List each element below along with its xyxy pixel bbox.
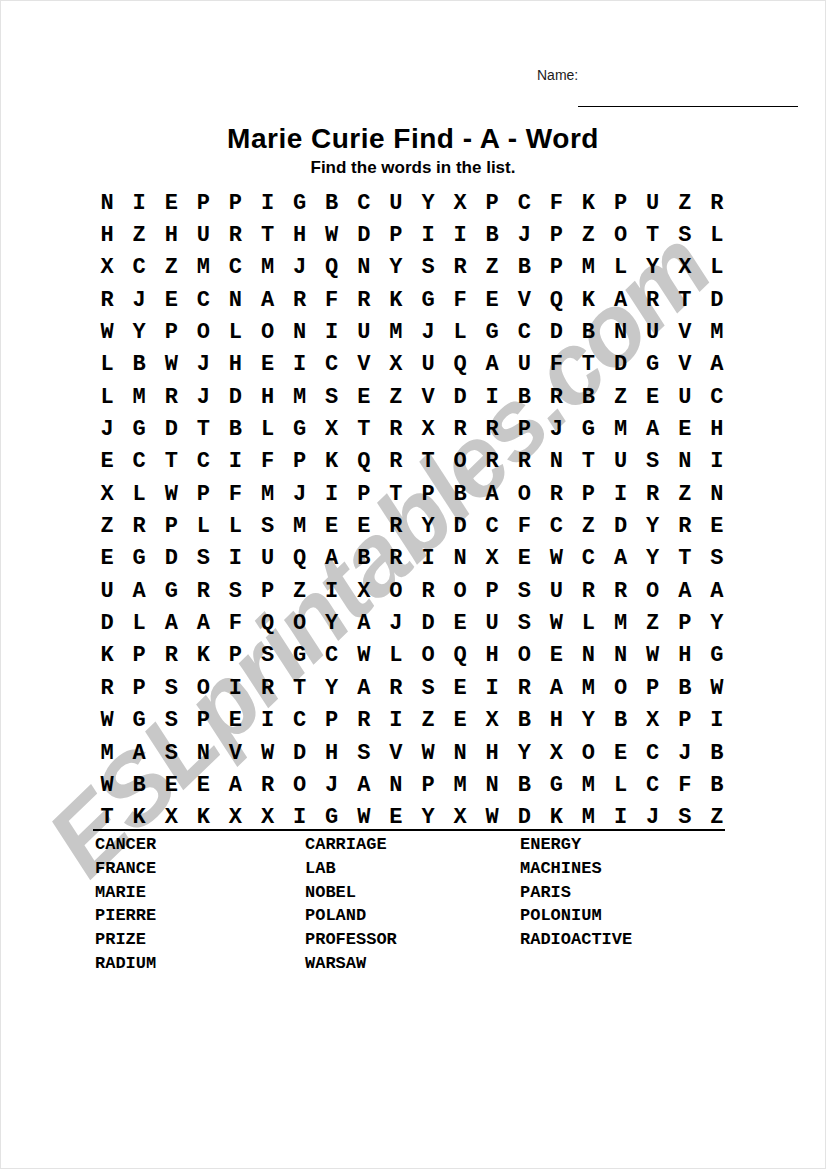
grid-cell-r10c11[interactable]: P xyxy=(412,478,444,510)
grid-cell-r6c11[interactable]: U xyxy=(412,349,444,381)
grid-cell-r4c5[interactable]: N xyxy=(219,284,251,316)
grid-cell-r17c5[interactable]: E xyxy=(219,705,251,737)
grid-cell-r15c11[interactable]: O xyxy=(412,640,444,672)
grid-cell-r11c4[interactable]: L xyxy=(187,510,219,542)
grid-cell-r8c9[interactable]: T xyxy=(348,413,380,445)
grid-cell-r15c16[interactable]: N xyxy=(572,640,604,672)
grid-cell-r18c3[interactable]: S xyxy=(155,737,187,769)
grid-cell-r17c17[interactable]: B xyxy=(605,705,637,737)
grid-cell-r10c4[interactable]: P xyxy=(187,478,219,510)
grid-cell-r8c14[interactable]: P xyxy=(508,413,540,445)
grid-cell-r10c1[interactable]: X xyxy=(91,478,123,510)
grid-cell-r16c11[interactable]: S xyxy=(412,672,444,704)
grid-cell-r11c16[interactable]: Z xyxy=(572,510,604,542)
grid-cell-r1c1[interactable]: N xyxy=(91,187,123,219)
grid-cell-r10c6[interactable]: M xyxy=(251,478,283,510)
grid-cell-r14c10[interactable]: J xyxy=(380,607,412,639)
grid-cell-r9c3[interactable]: T xyxy=(155,446,187,478)
grid-cell-r16c13[interactable]: I xyxy=(476,672,508,704)
grid-cell-r10c10[interactable]: T xyxy=(380,478,412,510)
grid-cell-r6c5[interactable]: H xyxy=(219,349,251,381)
grid-cell-r2c9[interactable]: D xyxy=(348,219,380,251)
grid-cell-r14c3[interactable]: A xyxy=(155,607,187,639)
grid-cell-r18c10[interactable]: V xyxy=(380,737,412,769)
grid-cell-r8c16[interactable]: G xyxy=(572,413,604,445)
grid-cell-r2c5[interactable]: R xyxy=(219,219,251,251)
grid-cell-r8c18[interactable]: A xyxy=(637,413,669,445)
grid-cell-r15c3[interactable]: R xyxy=(155,640,187,672)
grid-cell-r16c5[interactable]: I xyxy=(219,672,251,704)
grid-cell-r2c14[interactable]: J xyxy=(508,219,540,251)
grid-cell-r19c2[interactable]: B xyxy=(123,769,155,801)
grid-cell-r6c8[interactable]: C xyxy=(316,349,348,381)
grid-cell-r7c2[interactable]: M xyxy=(123,381,155,413)
grid-cell-r17c3[interactable]: S xyxy=(155,705,187,737)
grid-cell-r5c6[interactable]: O xyxy=(251,316,283,348)
grid-cell-r4c4[interactable]: C xyxy=(187,284,219,316)
grid-cell-r14c5[interactable]: F xyxy=(219,607,251,639)
grid-cell-r9c8[interactable]: K xyxy=(316,446,348,478)
grid-cell-r19c10[interactable]: N xyxy=(380,769,412,801)
grid-cell-r12c14[interactable]: E xyxy=(508,543,540,575)
grid-cell-r13c16[interactable]: R xyxy=(572,575,604,607)
grid-cell-r16c20[interactable]: W xyxy=(701,672,733,704)
grid-cell-r6c18[interactable]: G xyxy=(637,349,669,381)
grid-cell-r10c13[interactable]: A xyxy=(476,478,508,510)
grid-cell-r5c3[interactable]: P xyxy=(155,316,187,348)
grid-cell-r13c20[interactable]: A xyxy=(701,575,733,607)
grid-cell-r15c9[interactable]: W xyxy=(348,640,380,672)
grid-cell-r12c10[interactable]: R xyxy=(380,543,412,575)
grid-cell-r12c12[interactable]: N xyxy=(444,543,476,575)
grid-cell-r4c7[interactable]: R xyxy=(284,284,316,316)
grid-cell-r13c5[interactable]: S xyxy=(219,575,251,607)
grid-cell-r11c7[interactable]: M xyxy=(284,510,316,542)
grid-cell-r3c19[interactable]: X xyxy=(669,252,701,284)
grid-cell-r4c13[interactable]: E xyxy=(476,284,508,316)
grid-cell-r3c14[interactable]: B xyxy=(508,252,540,284)
grid-cell-r4c18[interactable]: R xyxy=(637,284,669,316)
grid-cell-r14c18[interactable]: Z xyxy=(637,607,669,639)
grid-cell-r17c8[interactable]: P xyxy=(316,705,348,737)
grid-cell-r11c11[interactable]: Y xyxy=(412,510,444,542)
grid-cell-r14c6[interactable]: Q xyxy=(251,607,283,639)
grid-cell-r16c6[interactable]: R xyxy=(251,672,283,704)
grid-cell-r2c17[interactable]: O xyxy=(605,219,637,251)
grid-cell-r9c7[interactable]: P xyxy=(284,446,316,478)
grid-cell-r14c9[interactable]: A xyxy=(348,607,380,639)
grid-cell-r13c10[interactable]: O xyxy=(380,575,412,607)
grid-cell-r2c1[interactable]: H xyxy=(91,219,123,251)
grid-cell-r2c18[interactable]: T xyxy=(637,219,669,251)
grid-cell-r12c4[interactable]: S xyxy=(187,543,219,575)
grid-cell-r1c10[interactable]: U xyxy=(380,187,412,219)
grid-cell-r2c7[interactable]: H xyxy=(284,219,316,251)
grid-cell-r18c6[interactable]: W xyxy=(251,737,283,769)
grid-cell-r8c12[interactable]: R xyxy=(444,413,476,445)
grid-cell-r5c14[interactable]: C xyxy=(508,316,540,348)
grid-cell-r11c13[interactable]: C xyxy=(476,510,508,542)
grid-cell-r8c13[interactable]: R xyxy=(476,413,508,445)
grid-cell-r4c10[interactable]: K xyxy=(380,284,412,316)
grid-cell-r14c20[interactable]: Y xyxy=(701,607,733,639)
grid-cell-r5c4[interactable]: O xyxy=(187,316,219,348)
grid-cell-r7c13[interactable]: I xyxy=(476,381,508,413)
grid-cell-r16c18[interactable]: P xyxy=(637,672,669,704)
grid-cell-r14c14[interactable]: S xyxy=(508,607,540,639)
grid-cell-r3c2[interactable]: C xyxy=(123,252,155,284)
grid-cell-r18c8[interactable]: H xyxy=(316,737,348,769)
grid-cell-r5c15[interactable]: D xyxy=(540,316,572,348)
grid-cell-r13c13[interactable]: P xyxy=(476,575,508,607)
grid-cell-r3c16[interactable]: M xyxy=(572,252,604,284)
grid-cell-r14c11[interactable]: D xyxy=(412,607,444,639)
grid-cell-r7c11[interactable]: V xyxy=(412,381,444,413)
grid-cell-r12c3[interactable]: D xyxy=(155,543,187,575)
grid-cell-r2c10[interactable]: P xyxy=(380,219,412,251)
grid-cell-r12c2[interactable]: G xyxy=(123,543,155,575)
grid-cell-r7c14[interactable]: B xyxy=(508,381,540,413)
grid-cell-r8c3[interactable]: D xyxy=(155,413,187,445)
grid-cell-r10c2[interactable]: L xyxy=(123,478,155,510)
grid-cell-r10c16[interactable]: P xyxy=(572,478,604,510)
grid-cell-r12c19[interactable]: T xyxy=(669,543,701,575)
grid-cell-r13c4[interactable]: R xyxy=(187,575,219,607)
grid-cell-r13c1[interactable]: U xyxy=(91,575,123,607)
grid-cell-r11c6[interactable]: S xyxy=(251,510,283,542)
grid-cell-r6c16[interactable]: T xyxy=(572,349,604,381)
grid-cell-r16c19[interactable]: B xyxy=(669,672,701,704)
grid-cell-r16c17[interactable]: O xyxy=(605,672,637,704)
grid-cell-r1c15[interactable]: F xyxy=(540,187,572,219)
grid-cell-r9c9[interactable]: Q xyxy=(348,446,380,478)
grid-cell-r2c6[interactable]: T xyxy=(251,219,283,251)
grid-cell-r2c12[interactable]: I xyxy=(444,219,476,251)
grid-cell-r3c9[interactable]: N xyxy=(348,252,380,284)
grid-cell-r5c17[interactable]: N xyxy=(605,316,637,348)
grid-cell-r10c15[interactable]: R xyxy=(540,478,572,510)
grid-cell-r5c5[interactable]: L xyxy=(219,316,251,348)
grid-cell-r7c20[interactable]: C xyxy=(701,381,733,413)
grid-cell-r3c11[interactable]: S xyxy=(412,252,444,284)
grid-cell-r6c17[interactable]: D xyxy=(605,349,637,381)
grid-cell-r4c1[interactable]: R xyxy=(91,284,123,316)
grid-cell-r19c17[interactable]: L xyxy=(605,769,637,801)
grid-cell-r2c20[interactable]: L xyxy=(701,219,733,251)
grid-cell-r2c4[interactable]: U xyxy=(187,219,219,251)
grid-cell-r1c13[interactable]: P xyxy=(476,187,508,219)
grid-cell-r12c17[interactable]: A xyxy=(605,543,637,575)
grid-cell-r9c2[interactable]: C xyxy=(123,446,155,478)
grid-cell-r10c19[interactable]: Z xyxy=(669,478,701,510)
grid-cell-r1c9[interactable]: C xyxy=(348,187,380,219)
grid-cell-r7c18[interactable]: E xyxy=(637,381,669,413)
grid-cell-r15c14[interactable]: O xyxy=(508,640,540,672)
grid-cell-r17c1[interactable]: W xyxy=(91,705,123,737)
grid-cell-r11c10[interactable]: R xyxy=(380,510,412,542)
grid-cell-r7c4[interactable]: J xyxy=(187,381,219,413)
grid-cell-r19c3[interactable]: E xyxy=(155,769,187,801)
grid-cell-r1c6[interactable]: I xyxy=(251,187,283,219)
grid-cell-r12c7[interactable]: Q xyxy=(284,543,316,575)
grid-cell-r14c19[interactable]: P xyxy=(669,607,701,639)
grid-cell-r3c5[interactable]: C xyxy=(219,252,251,284)
grid-cell-r17c13[interactable]: X xyxy=(476,705,508,737)
grid-cell-r12c6[interactable]: U xyxy=(251,543,283,575)
grid-cell-r13c17[interactable]: R xyxy=(605,575,637,607)
grid-cell-r14c17[interactable]: M xyxy=(605,607,637,639)
grid-cell-r14c7[interactable]: O xyxy=(284,607,316,639)
grid-cell-r4c17[interactable]: A xyxy=(605,284,637,316)
grid-cell-r6c9[interactable]: V xyxy=(348,349,380,381)
grid-cell-r17c9[interactable]: R xyxy=(348,705,380,737)
grid-cell-r13c11[interactable]: R xyxy=(412,575,444,607)
grid-cell-r5c13[interactable]: G xyxy=(476,316,508,348)
grid-cell-r2c8[interactable]: W xyxy=(316,219,348,251)
grid-cell-r1c18[interactable]: U xyxy=(637,187,669,219)
grid-cell-r11c12[interactable]: D xyxy=(444,510,476,542)
grid-cell-r9c4[interactable]: C xyxy=(187,446,219,478)
grid-cell-r18c4[interactable]: N xyxy=(187,737,219,769)
grid-cell-r19c5[interactable]: A xyxy=(219,769,251,801)
grid-cell-r9c11[interactable]: T xyxy=(412,446,444,478)
grid-cell-r19c19[interactable]: F xyxy=(669,769,701,801)
grid-cell-r8c20[interactable]: H xyxy=(701,413,733,445)
grid-cell-r14c16[interactable]: L xyxy=(572,607,604,639)
grid-cell-r16c16[interactable]: M xyxy=(572,672,604,704)
grid-cell-r11c3[interactable]: P xyxy=(155,510,187,542)
grid-cell-r16c8[interactable]: Y xyxy=(316,672,348,704)
grid-cell-r9c10[interactable]: R xyxy=(380,446,412,478)
grid-cell-r15c7[interactable]: G xyxy=(284,640,316,672)
grid-cell-r4c19[interactable]: T xyxy=(669,284,701,316)
grid-cell-r11c9[interactable]: E xyxy=(348,510,380,542)
grid-cell-r18c7[interactable]: D xyxy=(284,737,316,769)
grid-cell-r1c12[interactable]: X xyxy=(444,187,476,219)
grid-cell-r18c13[interactable]: H xyxy=(476,737,508,769)
grid-cell-r17c6[interactable]: I xyxy=(251,705,283,737)
grid-cell-r1c19[interactable]: Z xyxy=(669,187,701,219)
grid-cell-r1c16[interactable]: K xyxy=(572,187,604,219)
grid-cell-r11c20[interactable]: E xyxy=(701,510,733,542)
grid-cell-r5c1[interactable]: W xyxy=(91,316,123,348)
grid-cell-r8c6[interactable]: L xyxy=(251,413,283,445)
grid-cell-r13c14[interactable]: S xyxy=(508,575,540,607)
grid-cell-r16c9[interactable]: A xyxy=(348,672,380,704)
grid-cell-r17c14[interactable]: B xyxy=(508,705,540,737)
grid-cell-r7c10[interactable]: Z xyxy=(380,381,412,413)
grid-cell-r8c10[interactable]: R xyxy=(380,413,412,445)
grid-cell-r19c6[interactable]: R xyxy=(251,769,283,801)
grid-cell-r14c8[interactable]: Y xyxy=(316,607,348,639)
grid-cell-r19c11[interactable]: P xyxy=(412,769,444,801)
grid-cell-r10c9[interactable]: P xyxy=(348,478,380,510)
grid-cell-r4c20[interactable]: D xyxy=(701,284,733,316)
grid-cell-r4c9[interactable]: R xyxy=(348,284,380,316)
grid-cell-r15c13[interactable]: H xyxy=(476,640,508,672)
grid-cell-r12c15[interactable]: W xyxy=(540,543,572,575)
grid-cell-r17c10[interactable]: I xyxy=(380,705,412,737)
grid-cell-r7c1[interactable]: L xyxy=(91,381,123,413)
grid-cell-r12c11[interactable]: I xyxy=(412,543,444,575)
grid-cell-r9c14[interactable]: R xyxy=(508,446,540,478)
grid-cell-r5c20[interactable]: M xyxy=(701,316,733,348)
grid-cell-r19c9[interactable]: A xyxy=(348,769,380,801)
grid-cell-r17c11[interactable]: Z xyxy=(412,705,444,737)
grid-cell-r3c15[interactable]: P xyxy=(540,252,572,284)
grid-cell-r7c6[interactable]: H xyxy=(251,381,283,413)
grid-cell-r11c19[interactable]: R xyxy=(669,510,701,542)
grid-cell-r18c11[interactable]: W xyxy=(412,737,444,769)
grid-cell-r5c10[interactable]: M xyxy=(380,316,412,348)
grid-cell-r4c6[interactable]: A xyxy=(251,284,283,316)
grid-cell-r7c15[interactable]: R xyxy=(540,381,572,413)
grid-cell-r9c16[interactable]: T xyxy=(572,446,604,478)
grid-cell-r13c6[interactable]: P xyxy=(251,575,283,607)
grid-cell-r10c8[interactable]: I xyxy=(316,478,348,510)
grid-cell-r9c20[interactable]: I xyxy=(701,446,733,478)
grid-cell-r18c9[interactable]: S xyxy=(348,737,380,769)
grid-cell-r1c7[interactable]: G xyxy=(284,187,316,219)
grid-cell-r19c15[interactable]: G xyxy=(540,769,572,801)
grid-cell-r10c18[interactable]: R xyxy=(637,478,669,510)
grid-cell-r4c11[interactable]: G xyxy=(412,284,444,316)
grid-cell-r19c1[interactable]: W xyxy=(91,769,123,801)
grid-cell-r15c8[interactable]: C xyxy=(316,640,348,672)
grid-cell-r9c5[interactable]: I xyxy=(219,446,251,478)
grid-cell-r15c5[interactable]: P xyxy=(219,640,251,672)
grid-cell-r11c15[interactable]: C xyxy=(540,510,572,542)
grid-cell-r17c7[interactable]: C xyxy=(284,705,316,737)
grid-cell-r13c7[interactable]: Z xyxy=(284,575,316,607)
grid-cell-r17c18[interactable]: X xyxy=(637,705,669,737)
grid-cell-r12c16[interactable]: C xyxy=(572,543,604,575)
grid-cell-r7c5[interactable]: D xyxy=(219,381,251,413)
grid-cell-r8c17[interactable]: M xyxy=(605,413,637,445)
grid-cell-r9c17[interactable]: U xyxy=(605,446,637,478)
grid-cell-r12c9[interactable]: B xyxy=(348,543,380,575)
grid-cell-r11c8[interactable]: E xyxy=(316,510,348,542)
grid-cell-r7c9[interactable]: E xyxy=(348,381,380,413)
grid-cell-r9c12[interactable]: O xyxy=(444,446,476,478)
grid-cell-r3c13[interactable]: Z xyxy=(476,252,508,284)
grid-cell-r18c16[interactable]: O xyxy=(572,737,604,769)
grid-cell-r1c11[interactable]: Y xyxy=(412,187,444,219)
grid-cell-r10c3[interactable]: W xyxy=(155,478,187,510)
grid-cell-r16c3[interactable]: S xyxy=(155,672,187,704)
grid-cell-r11c14[interactable]: F xyxy=(508,510,540,542)
grid-cell-r2c3[interactable]: H xyxy=(155,219,187,251)
grid-cell-r13c9[interactable]: X xyxy=(348,575,380,607)
grid-cell-r10c5[interactable]: F xyxy=(219,478,251,510)
grid-cell-r16c15[interactable]: A xyxy=(540,672,572,704)
grid-cell-r8c4[interactable]: T xyxy=(187,413,219,445)
grid-cell-r19c14[interactable]: B xyxy=(508,769,540,801)
grid-cell-r17c2[interactable]: G xyxy=(123,705,155,737)
grid-cell-r7c17[interactable]: Z xyxy=(605,381,637,413)
grid-cell-r1c20[interactable]: R xyxy=(701,187,733,219)
grid-cell-r11c1[interactable]: Z xyxy=(91,510,123,542)
grid-cell-r16c12[interactable]: E xyxy=(444,672,476,704)
grid-cell-r14c15[interactable]: W xyxy=(540,607,572,639)
grid-cell-r6c1[interactable]: L xyxy=(91,349,123,381)
grid-cell-r16c14[interactable]: R xyxy=(508,672,540,704)
grid-cell-r9c13[interactable]: R xyxy=(476,446,508,478)
grid-cell-r19c12[interactable]: M xyxy=(444,769,476,801)
grid-cell-r12c18[interactable]: Y xyxy=(637,543,669,575)
grid-cell-r14c12[interactable]: E xyxy=(444,607,476,639)
grid-cell-r14c13[interactable]: U xyxy=(476,607,508,639)
grid-cell-r11c18[interactable]: Y xyxy=(637,510,669,542)
grid-cell-r10c17[interactable]: I xyxy=(605,478,637,510)
grid-cell-r15c2[interactable]: P xyxy=(123,640,155,672)
grid-cell-r7c19[interactable]: U xyxy=(669,381,701,413)
grid-cell-r8c2[interactable]: G xyxy=(123,413,155,445)
grid-cell-r17c12[interactable]: E xyxy=(444,705,476,737)
grid-cell-r16c1[interactable]: R xyxy=(91,672,123,704)
grid-cell-r11c5[interactable]: L xyxy=(219,510,251,542)
grid-cell-r15c18[interactable]: W xyxy=(637,640,669,672)
grid-cell-r13c3[interactable]: G xyxy=(155,575,187,607)
grid-cell-r17c16[interactable]: Y xyxy=(572,705,604,737)
grid-cell-r6c6[interactable]: E xyxy=(251,349,283,381)
grid-cell-r8c15[interactable]: J xyxy=(540,413,572,445)
grid-cell-r15c19[interactable]: H xyxy=(669,640,701,672)
grid-cell-r3c7[interactable]: J xyxy=(284,252,316,284)
grid-cell-r6c7[interactable]: I xyxy=(284,349,316,381)
grid-cell-r4c2[interactable]: J xyxy=(123,284,155,316)
grid-cell-r5c11[interactable]: J xyxy=(412,316,444,348)
grid-cell-r15c15[interactable]: E xyxy=(540,640,572,672)
grid-cell-r15c17[interactable]: N xyxy=(605,640,637,672)
grid-cell-r6c3[interactable]: W xyxy=(155,349,187,381)
grid-cell-r18c14[interactable]: Y xyxy=(508,737,540,769)
grid-cell-r10c12[interactable]: B xyxy=(444,478,476,510)
grid-cell-r12c13[interactable]: X xyxy=(476,543,508,575)
grid-cell-r4c8[interactable]: F xyxy=(316,284,348,316)
grid-cell-r5c19[interactable]: V xyxy=(669,316,701,348)
grid-cell-r10c20[interactable]: N xyxy=(701,478,733,510)
grid-cell-r2c11[interactable]: I xyxy=(412,219,444,251)
grid-cell-r8c1[interactable]: J xyxy=(91,413,123,445)
grid-cell-r19c13[interactable]: N xyxy=(476,769,508,801)
grid-cell-r18c19[interactable]: J xyxy=(669,737,701,769)
grid-cell-r10c7[interactable]: J xyxy=(284,478,316,510)
grid-cell-r1c14[interactable]: C xyxy=(508,187,540,219)
grid-cell-r3c4[interactable]: M xyxy=(187,252,219,284)
grid-cell-r6c15[interactable]: F xyxy=(540,349,572,381)
grid-cell-r1c8[interactable]: B xyxy=(316,187,348,219)
grid-cell-r3c20[interactable]: L xyxy=(701,252,733,284)
grid-cell-r5c18[interactable]: U xyxy=(637,316,669,348)
grid-cell-r5c8[interactable]: I xyxy=(316,316,348,348)
grid-cell-r18c15[interactable]: X xyxy=(540,737,572,769)
grid-cell-r13c2[interactable]: A xyxy=(123,575,155,607)
grid-cell-r9c18[interactable]: S xyxy=(637,446,669,478)
grid-cell-r6c19[interactable]: V xyxy=(669,349,701,381)
grid-cell-r19c16[interactable]: M xyxy=(572,769,604,801)
grid-cell-r14c2[interactable]: L xyxy=(123,607,155,639)
grid-cell-r19c20[interactable]: B xyxy=(701,769,733,801)
grid-cell-r3c1[interactable]: X xyxy=(91,252,123,284)
grid-cell-r17c19[interactable]: P xyxy=(669,705,701,737)
grid-cell-r8c19[interactable]: E xyxy=(669,413,701,445)
grid-cell-r4c15[interactable]: Q xyxy=(540,284,572,316)
grid-cell-r12c8[interactable]: A xyxy=(316,543,348,575)
grid-cell-r7c16[interactable]: B xyxy=(572,381,604,413)
grid-cell-r7c12[interactable]: D xyxy=(444,381,476,413)
grid-cell-r18c18[interactable]: C xyxy=(637,737,669,769)
